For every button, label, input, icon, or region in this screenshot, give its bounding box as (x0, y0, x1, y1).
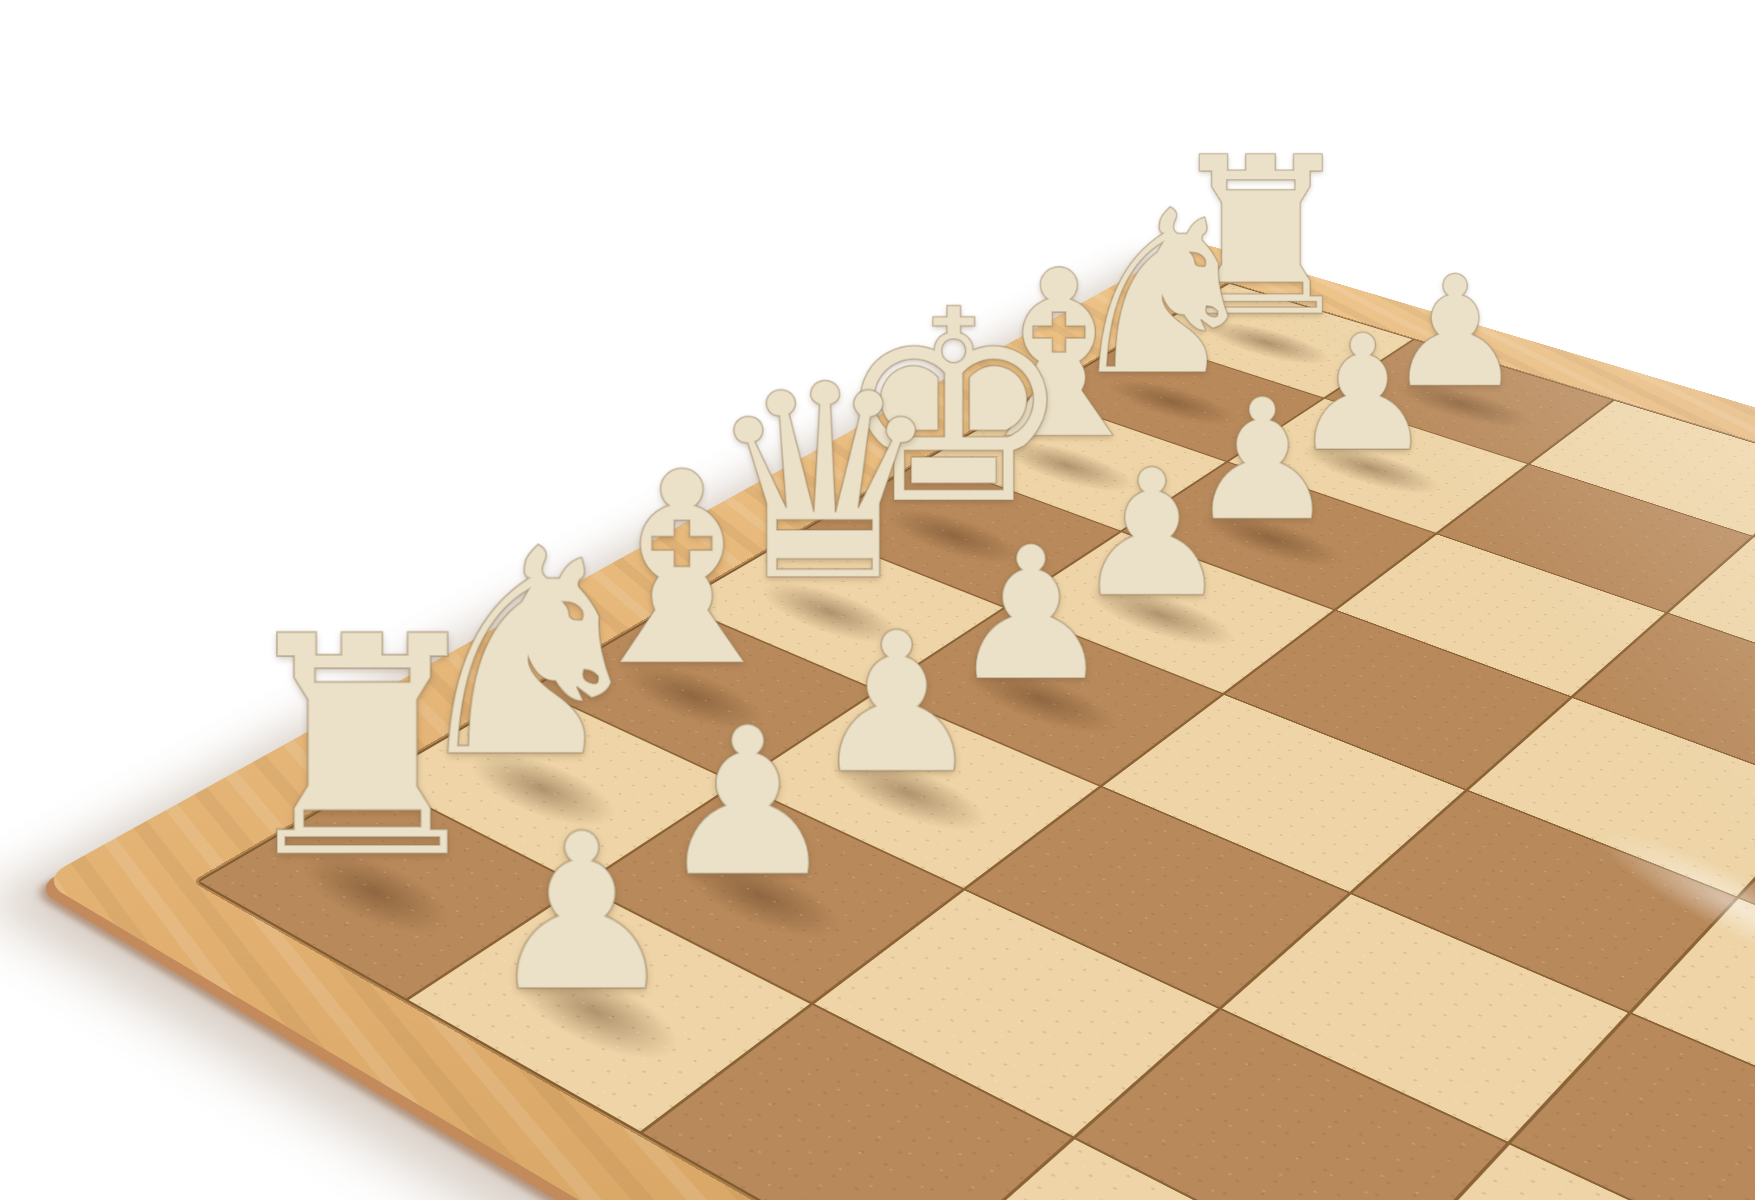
chess-board: ♜♟♞♟♝♟♚♟♛♟♝♟♞♟♜♟ (40, 241, 1755, 1200)
board-squares: ♜♟♞♟♝♟♚♟♛♟♝♟♞♟♜♟ (196, 283, 1755, 1200)
piece-white-pawn-a2[interactable]: ♟ (438, 805, 724, 1022)
photo-scene: ♜♟♞♟♝♟♚♟♛♟♝♟♞♟♜♟ (0, 0, 1755, 1200)
